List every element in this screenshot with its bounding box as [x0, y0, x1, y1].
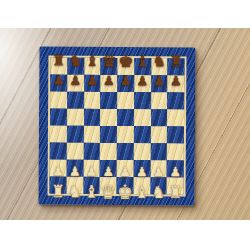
piece-black-bishop[interactable]: ♝	[136, 54, 150, 69]
square-e1[interactable]: ♚	[117, 177, 134, 194]
piece-white-rook[interactable]: ♜	[51, 183, 65, 200]
piece-white-pawn[interactable]: ♟	[102, 165, 114, 178]
square-h5[interactable]	[167, 109, 184, 126]
square-d4[interactable]	[100, 126, 117, 143]
square-g4[interactable]	[150, 126, 167, 143]
piece-black-pawn[interactable]: ♟	[120, 74, 132, 87]
square-b5[interactable]	[67, 109, 84, 126]
square-c1[interactable]: ♝	[83, 177, 100, 194]
piece-black-pawn[interactable]: ♟	[53, 74, 65, 87]
square-h4[interactable]	[167, 126, 184, 143]
piece-white-knight[interactable]: ♞	[152, 184, 166, 201]
square-h3[interactable]	[167, 143, 184, 160]
square-c3[interactable]	[83, 143, 100, 160]
square-a4[interactable]	[50, 126, 67, 143]
square-d3[interactable]	[100, 143, 117, 160]
square-b2[interactable]: ♟	[66, 160, 83, 177]
square-e2[interactable]: ♟	[117, 160, 134, 177]
square-d7[interactable]: ♟	[100, 75, 117, 92]
square-g6[interactable]	[151, 92, 168, 109]
square-b1[interactable]: ♞	[66, 177, 83, 194]
square-g2[interactable]: ♟	[150, 160, 167, 177]
piece-black-rook[interactable]: ♜	[52, 54, 66, 69]
square-a7[interactable]: ♟	[50, 75, 67, 92]
piece-black-knight[interactable]: ♞	[69, 54, 83, 69]
photo-of-chessboard: ♜♞♝♛♚♝♞♜♟♟♟♟♟♟♟♟♟♟♟♟♟♟♟♟♜♞♝♛♚♝♞♜	[0, 28, 250, 220]
piece-white-pawn[interactable]: ♟	[69, 165, 81, 178]
piece-white-bishop[interactable]: ♝	[135, 184, 149, 201]
square-b7[interactable]: ♟	[67, 75, 84, 92]
piece-white-pawn[interactable]: ♟	[52, 165, 64, 178]
square-d1[interactable]: ♛	[100, 177, 117, 194]
piece-white-king[interactable]: ♚	[117, 183, 132, 203]
square-g7[interactable]: ♟	[151, 75, 168, 92]
piece-black-rook[interactable]: ♜	[169, 54, 183, 69]
piece-black-pawn[interactable]: ♟	[170, 74, 182, 87]
square-h7[interactable]: ♟	[167, 75, 184, 92]
square-f3[interactable]	[134, 143, 151, 160]
piece-white-pawn[interactable]: ♟	[86, 165, 98, 178]
square-h2[interactable]: ♟	[167, 160, 184, 177]
piece-white-queen[interactable]: ♛	[100, 183, 115, 203]
square-e4[interactable]	[117, 126, 134, 143]
piece-black-pawn[interactable]: ♟	[153, 74, 165, 87]
piece-white-knight[interactable]: ♞	[68, 184, 82, 201]
square-a3[interactable]	[50, 143, 67, 160]
board-grid: ♜♞♝♛♚♝♞♜♟♟♟♟♟♟♟♟♟♟♟♟♟♟♟♟♜♞♝♛♚♝♞♜	[50, 58, 185, 195]
square-h1[interactable]: ♜	[167, 177, 184, 194]
square-a1[interactable]: ♜	[50, 177, 67, 194]
square-c4[interactable]	[83, 126, 100, 143]
square-d2[interactable]: ♟	[100, 160, 117, 177]
piece-black-pawn[interactable]: ♟	[70, 74, 82, 87]
square-f1[interactable]: ♝	[133, 177, 150, 194]
piece-black-queen[interactable]: ♛	[101, 53, 116, 70]
square-a2[interactable]: ♟	[50, 160, 67, 177]
square-h6[interactable]	[167, 92, 184, 109]
chess-board: ♜♞♝♛♚♝♞♜♟♟♟♟♟♟♟♟♟♟♟♟♟♟♟♟♜♞♝♛♚♝♞♜	[38, 46, 195, 205]
square-d5[interactable]	[100, 109, 117, 126]
piece-black-pawn[interactable]: ♟	[137, 74, 149, 87]
square-f7[interactable]: ♟	[134, 75, 151, 92]
square-e3[interactable]	[117, 143, 134, 160]
square-e5[interactable]	[117, 109, 134, 126]
square-e7[interactable]: ♟	[117, 75, 134, 92]
piece-black-pawn[interactable]: ♟	[103, 74, 115, 87]
square-d6[interactable]	[100, 92, 117, 109]
square-e6[interactable]	[117, 92, 134, 109]
square-c5[interactable]	[84, 109, 101, 126]
square-f5[interactable]	[134, 109, 151, 126]
piece-black-pawn[interactable]: ♟	[86, 74, 98, 87]
piece-black-king[interactable]: ♚	[118, 53, 133, 70]
piece-white-rook[interactable]: ♜	[168, 184, 182, 201]
square-g3[interactable]	[150, 143, 167, 160]
piece-white-pawn[interactable]: ♟	[136, 165, 148, 178]
board-inlay-line: ♜♞♝♛♚♝♞♜♟♟♟♟♟♟♟♟♟♟♟♟♟♟♟♟♜♞♝♛♚♝♞♜	[48, 56, 187, 197]
square-c6[interactable]	[84, 92, 101, 109]
square-b6[interactable]	[67, 92, 84, 109]
square-b4[interactable]	[67, 126, 84, 143]
square-c2[interactable]: ♟	[83, 160, 100, 177]
square-f4[interactable]	[134, 126, 151, 143]
piece-white-bishop[interactable]: ♝	[85, 184, 99, 201]
piece-white-pawn[interactable]: ♟	[169, 165, 181, 178]
square-c7[interactable]: ♟	[84, 75, 101, 92]
square-f2[interactable]: ♟	[133, 160, 150, 177]
square-f6[interactable]	[134, 92, 151, 109]
piece-white-pawn[interactable]: ♟	[119, 165, 131, 178]
square-g5[interactable]	[150, 109, 167, 126]
piece-black-knight[interactable]: ♞	[153, 54, 167, 69]
square-a5[interactable]	[50, 109, 67, 126]
piece-white-pawn[interactable]: ♟	[153, 165, 165, 178]
square-b3[interactable]	[67, 143, 84, 160]
piece-black-bishop[interactable]: ♝	[86, 54, 100, 69]
square-g1[interactable]: ♞	[150, 177, 167, 194]
square-a6[interactable]	[50, 92, 67, 109]
